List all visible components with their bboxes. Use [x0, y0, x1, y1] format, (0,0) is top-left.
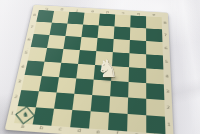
square-f1[interactable]	[108, 113, 128, 132]
square-e7[interactable]	[98, 25, 115, 39]
square-g8[interactable]	[130, 15, 146, 28]
knight-logo-icon: ♞	[21, 112, 29, 119]
file-label: h	[39, 5, 55, 11]
square-c1[interactable]	[51, 109, 72, 127]
border-branding-marks: ···	[23, 48, 30, 53]
square-f7[interactable]	[114, 26, 131, 40]
file-label: a	[12, 123, 32, 132]
square-c6[interactable]	[63, 36, 81, 50]
square-c4[interactable]	[59, 63, 78, 79]
square-d2[interactable]	[72, 94, 92, 112]
square-g3[interactable]	[128, 82, 146, 99]
file-label: a	[146, 12, 162, 18]
square-h7[interactable]	[146, 28, 162, 42]
square-g2[interactable]	[128, 98, 147, 116]
file-label: d	[69, 127, 89, 134]
white-knight[interactable]: ♞	[96, 53, 120, 81]
square-h3[interactable]	[146, 83, 164, 100]
square-f2[interactable]	[109, 96, 128, 114]
square-d3[interactable]	[74, 78, 93, 95]
square-f3[interactable]	[110, 81, 128, 98]
square-e6[interactable]	[96, 38, 113, 52]
chess-board: ♞ abcdefgh abcdefgh 87654321 87654321 ··…	[5, 5, 174, 134]
square-e1[interactable]	[89, 111, 109, 130]
square-d8[interactable]	[83, 13, 100, 26]
square-h4[interactable]	[146, 68, 164, 84]
rank-label: 2	[164, 100, 172, 117]
square-d4[interactable]	[76, 64, 95, 80]
file-label: c	[115, 10, 131, 16]
rank-label: 3	[164, 84, 172, 100]
file-label: g	[127, 131, 146, 134]
square-h5[interactable]	[146, 54, 163, 69]
square-h2[interactable]	[146, 99, 165, 117]
rank-label: 4	[163, 70, 171, 85]
square-d1[interactable]	[70, 110, 91, 129]
rank-label: 1	[165, 117, 174, 134]
file-label: d	[100, 9, 116, 15]
square-c3[interactable]	[57, 77, 77, 94]
rank-label: 7	[162, 29, 169, 42]
file-label: f	[108, 130, 128, 134]
square-g7[interactable]	[130, 27, 146, 41]
square-e8[interactable]	[99, 14, 115, 27]
file-label: c	[50, 126, 70, 134]
file-label: f	[69, 7, 85, 13]
file-label: b	[131, 11, 146, 17]
rank-label: 6	[162, 42, 169, 56]
rank-label: 5	[163, 55, 171, 70]
file-label: g	[54, 6, 70, 12]
square-c8[interactable]	[67, 12, 84, 25]
square-c5[interactable]	[61, 49, 80, 64]
file-label: b	[31, 124, 51, 133]
square-f8[interactable]	[114, 14, 130, 27]
square-h1[interactable]	[146, 115, 165, 134]
square-d7[interactable]	[81, 25, 98, 38]
rank-label: 8	[162, 17, 169, 29]
file-label: e	[85, 8, 101, 14]
square-h6[interactable]	[146, 41, 163, 55]
square-d6[interactable]	[80, 37, 98, 51]
file-label: e	[88, 129, 108, 134]
square-h8[interactable]	[146, 16, 162, 29]
square-d5[interactable]	[78, 50, 96, 65]
square-g4[interactable]	[129, 67, 147, 83]
square-f6[interactable]	[113, 39, 130, 53]
square-g5[interactable]	[129, 53, 146, 68]
square-c7[interactable]	[65, 24, 83, 37]
board-squares: ♞	[14, 10, 165, 134]
square-g6[interactable]	[129, 40, 146, 54]
square-c2[interactable]	[54, 93, 74, 110]
square-e2[interactable]	[91, 95, 110, 113]
square-g1[interactable]	[127, 114, 146, 133]
